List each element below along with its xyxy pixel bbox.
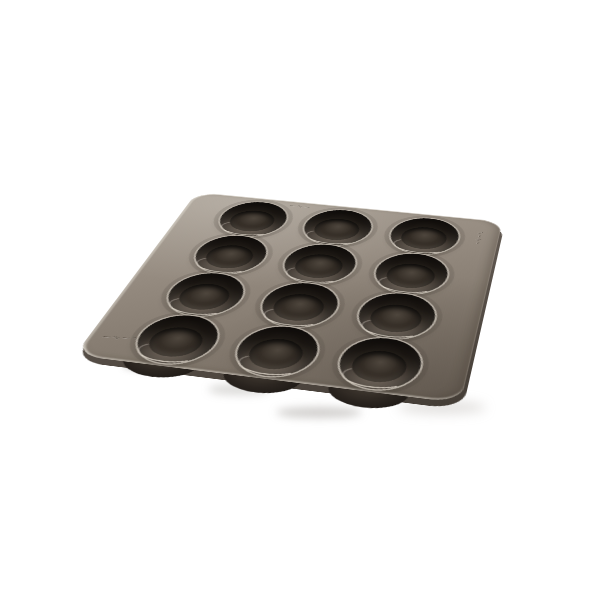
muffin-cup-r3-c2 — [250, 279, 348, 332]
muffin-cup-r4-c2 — [223, 322, 329, 383]
muffin-cup-r1-c2 — [294, 206, 380, 249]
muffin-cup-r2-c1 — [183, 232, 278, 278]
muffin-cup-r2-c2 — [273, 241, 365, 289]
muffin-cup-r2-c3 — [366, 250, 455, 299]
muffin-cup-r3-c3 — [348, 289, 443, 344]
muffin-cup-r1-c1 — [208, 199, 297, 240]
muffin-cup-r1-c3 — [382, 215, 465, 259]
muffin-cup-r3-c1 — [154, 269, 256, 321]
muffin-cup-r4-c1 — [122, 310, 232, 369]
photo-background: ∼∿∼ ∿∼∿∼ ∼∿∼∿ ∿∼∿ — [0, 0, 600, 600]
emboss-mark: ∼∿∼ — [288, 204, 312, 209]
muffin-pan: ∼∿∼ ∿∼∿∼ ∼∿∼∿ ∿∼∿ — [74, 192, 502, 403]
contact-shadow — [276, 407, 362, 418]
emboss-mark: ∿∼∿∼ — [473, 231, 485, 246]
muffin-cup-r4-c3 — [328, 333, 430, 396]
